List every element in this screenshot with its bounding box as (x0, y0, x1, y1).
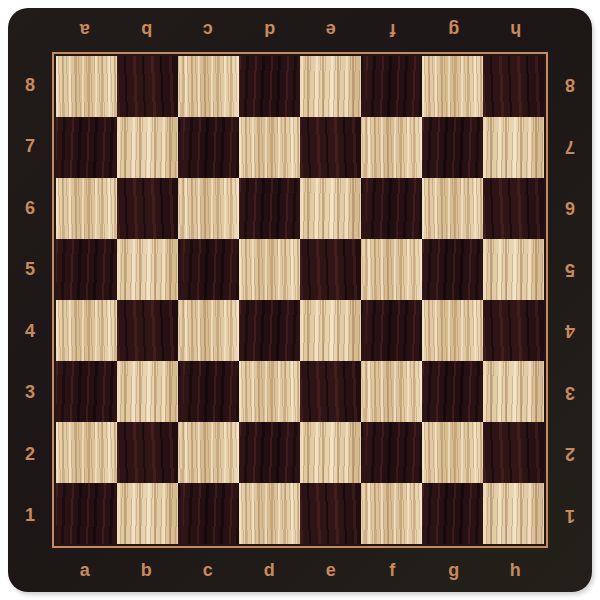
square-h6[interactable] (483, 178, 544, 239)
square-d5[interactable] (239, 239, 300, 300)
square-f5[interactable] (361, 239, 422, 300)
square-f4[interactable] (361, 300, 422, 361)
square-c8[interactable] (178, 56, 239, 117)
square-b4[interactable] (117, 300, 178, 361)
square-f2[interactable] (361, 422, 422, 483)
square-c4[interactable] (178, 300, 239, 361)
square-e1[interactable] (300, 483, 361, 544)
square-d7[interactable] (239, 117, 300, 178)
square-b1[interactable] (117, 483, 178, 544)
square-h7[interactable] (483, 117, 544, 178)
square-g7[interactable] (422, 117, 483, 178)
rank-labels-left: 87654321 (8, 54, 52, 546)
square-b2[interactable] (117, 422, 178, 483)
square-a4[interactable] (56, 300, 117, 361)
square-a5[interactable] (56, 239, 117, 300)
file-label-c: c (177, 8, 239, 52)
square-g1[interactable] (422, 483, 483, 544)
square-e3[interactable] (300, 361, 361, 422)
square-h2[interactable] (483, 422, 544, 483)
square-h5[interactable] (483, 239, 544, 300)
square-d8[interactable] (239, 56, 300, 117)
square-a1[interactable] (56, 483, 117, 544)
square-e8[interactable] (300, 56, 361, 117)
rank-label-2: 2 (8, 423, 52, 485)
file-label-g: g (423, 8, 485, 52)
square-c2[interactable] (178, 422, 239, 483)
square-a3[interactable] (56, 361, 117, 422)
square-d4[interactable] (239, 300, 300, 361)
rank-label-4: 4 (8, 300, 52, 362)
square-g2[interactable] (422, 422, 483, 483)
square-f6[interactable] (361, 178, 422, 239)
square-h1[interactable] (483, 483, 544, 544)
square-g4[interactable] (422, 300, 483, 361)
file-label-e: e (300, 548, 362, 592)
square-b6[interactable] (117, 178, 178, 239)
square-h3[interactable] (483, 361, 544, 422)
square-e6[interactable] (300, 178, 361, 239)
file-label-d: d (239, 8, 301, 52)
square-b8[interactable] (117, 56, 178, 117)
square-e5[interactable] (300, 239, 361, 300)
square-d2[interactable] (239, 422, 300, 483)
rank-label-4: 4 (548, 300, 592, 362)
file-label-e: e (300, 8, 362, 52)
file-label-f: f (362, 8, 424, 52)
chess-board (56, 56, 544, 544)
rank-label-7: 7 (8, 116, 52, 178)
square-f1[interactable] (361, 483, 422, 544)
square-d3[interactable] (239, 361, 300, 422)
rank-label-8: 8 (548, 54, 592, 116)
square-g8[interactable] (422, 56, 483, 117)
square-f3[interactable] (361, 361, 422, 422)
file-label-a: a (54, 548, 116, 592)
square-c3[interactable] (178, 361, 239, 422)
square-f8[interactable] (361, 56, 422, 117)
rank-label-3: 3 (8, 362, 52, 424)
square-c5[interactable] (178, 239, 239, 300)
rank-labels-right: 87654321 (548, 54, 592, 546)
file-label-f: f (362, 548, 424, 592)
file-label-a: a (54, 8, 116, 52)
square-c1[interactable] (178, 483, 239, 544)
rank-label-1: 1 (8, 485, 52, 547)
rank-label-8: 8 (8, 54, 52, 116)
file-labels-bottom: abcdefgh (54, 548, 546, 592)
square-h8[interactable] (483, 56, 544, 117)
board-frame (52, 52, 548, 548)
square-c6[interactable] (178, 178, 239, 239)
square-a2[interactable] (56, 422, 117, 483)
rank-label-5: 5 (548, 239, 592, 301)
square-d1[interactable] (239, 483, 300, 544)
rank-label-2: 2 (548, 423, 592, 485)
square-b5[interactable] (117, 239, 178, 300)
file-label-b: b (116, 8, 178, 52)
square-e7[interactable] (300, 117, 361, 178)
file-label-d: d (239, 548, 301, 592)
square-a7[interactable] (56, 117, 117, 178)
rank-label-6: 6 (8, 177, 52, 239)
square-b3[interactable] (117, 361, 178, 422)
file-label-h: h (485, 548, 547, 592)
square-g5[interactable] (422, 239, 483, 300)
rank-label-6: 6 (548, 177, 592, 239)
rank-label-3: 3 (548, 362, 592, 424)
square-a8[interactable] (56, 56, 117, 117)
square-a6[interactable] (56, 178, 117, 239)
file-label-h: h (485, 8, 547, 52)
square-d6[interactable] (239, 178, 300, 239)
file-label-g: g (423, 548, 485, 592)
square-g3[interactable] (422, 361, 483, 422)
square-c7[interactable] (178, 117, 239, 178)
chess-mat: abcdefgh abcdefgh 87654321 87654321 (8, 8, 592, 592)
square-e2[interactable] (300, 422, 361, 483)
rank-label-7: 7 (548, 116, 592, 178)
square-g6[interactable] (422, 178, 483, 239)
rank-label-1: 1 (548, 485, 592, 547)
file-label-b: b (116, 548, 178, 592)
file-label-c: c (177, 548, 239, 592)
file-labels-top: abcdefgh (54, 8, 546, 52)
square-f7[interactable] (361, 117, 422, 178)
rank-label-5: 5 (8, 239, 52, 301)
square-b7[interactable] (117, 117, 178, 178)
square-h4[interactable] (483, 300, 544, 361)
square-e4[interactable] (300, 300, 361, 361)
